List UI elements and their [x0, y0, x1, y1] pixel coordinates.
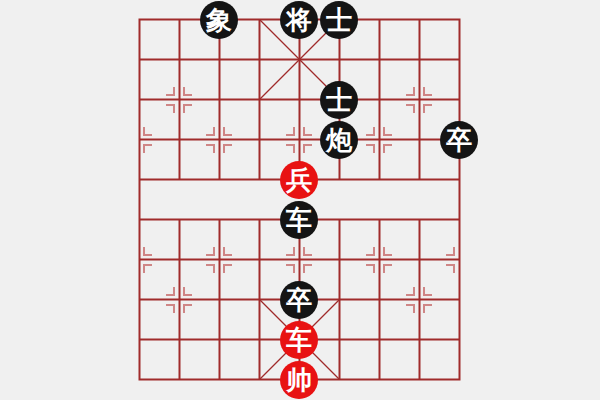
piece-red-general[interactable]: 帅 — [280, 361, 318, 399]
piece-black-soldier-2[interactable]: 卒 — [280, 281, 318, 319]
piece-red-chariot[interactable]: 车 — [280, 321, 318, 359]
piece-black-advisor-2[interactable]: 士 — [320, 81, 358, 119]
piece-red-soldier[interactable]: 兵 — [280, 161, 318, 199]
piece-black-elephant[interactable]: 象 — [200, 1, 238, 39]
xiangqi-board[interactable]: 象将士士炮卒兵车卒车帅 — [119, 0, 479, 400]
piece-black-general[interactable]: 将 — [280, 1, 318, 39]
xiangqi-app-screen: 象将士士炮卒兵车卒车帅 — [0, 0, 600, 400]
piece-black-soldier-1[interactable]: 卒 — [440, 121, 478, 159]
piece-black-advisor-1[interactable]: 士 — [320, 1, 358, 39]
piece-black-cannon[interactable]: 炮 — [320, 121, 358, 159]
piece-black-chariot[interactable]: 车 — [280, 201, 318, 239]
